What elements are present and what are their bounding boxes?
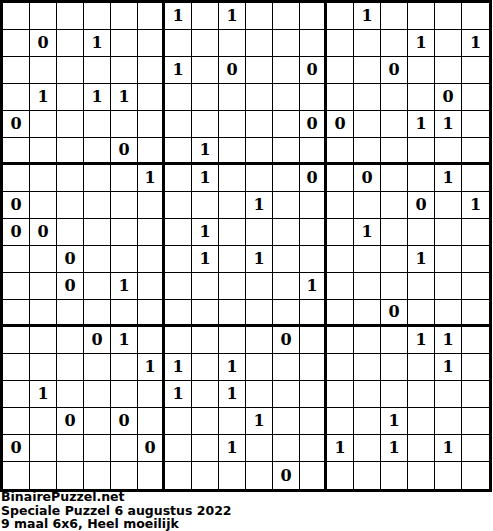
cell-r6c8[interactable] <box>219 165 246 192</box>
cell-r12c5[interactable] <box>138 327 165 354</box>
cell-r9c10[interactable] <box>273 246 300 273</box>
cell-r11c5[interactable] <box>138 300 165 327</box>
cell-r15c5[interactable] <box>138 408 165 435</box>
cell-r12c3: 0 <box>84 327 111 354</box>
cell-r14c6: 1 <box>165 381 192 408</box>
cell-r5c11[interactable] <box>300 138 327 165</box>
cell-r8c11[interactable] <box>300 219 327 246</box>
cell-r15c13[interactable] <box>354 408 381 435</box>
cell-r10c16[interactable] <box>435 273 462 300</box>
cell-r9c2: 0 <box>57 246 84 273</box>
cell-r1c9[interactable] <box>246 30 273 57</box>
cell-r13c8: 1 <box>219 354 246 381</box>
cell-r2c5[interactable] <box>138 57 165 84</box>
cell-r3c1: 1 <box>30 84 57 111</box>
cell-r17c13[interactable] <box>354 462 381 489</box>
cell-r1c8[interactable] <box>219 30 246 57</box>
cell-r7c10[interactable] <box>273 192 300 219</box>
cell-r15c0[interactable] <box>3 408 30 435</box>
cell-r16c1[interactable] <box>30 435 57 462</box>
cell-r6c9[interactable] <box>246 165 273 192</box>
cell-r6c10[interactable] <box>273 165 300 192</box>
cell-r8c2[interactable] <box>57 219 84 246</box>
cell-r3c6[interactable] <box>165 84 192 111</box>
cell-r11c16[interactable] <box>435 300 462 327</box>
cell-r5c16[interactable] <box>435 138 462 165</box>
cell-r12c8[interactable] <box>219 327 246 354</box>
cell-r16c13[interactable] <box>354 435 381 462</box>
cell-r3c10[interactable] <box>273 84 300 111</box>
cell-r14c15[interactable] <box>408 381 435 408</box>
cell-r10c4: 1 <box>111 273 138 300</box>
cell-r8c17[interactable] <box>462 219 489 246</box>
cell-r3c8[interactable] <box>219 84 246 111</box>
cell-r10c17[interactable] <box>462 273 489 300</box>
cell-r15c10[interactable] <box>273 408 300 435</box>
cell-r9c3[interactable] <box>84 246 111 273</box>
cell-r7c7[interactable] <box>192 192 219 219</box>
cell-r0c9[interactable] <box>246 3 273 30</box>
cell-r5c3[interactable] <box>84 138 111 165</box>
cell-r15c4: 0 <box>111 408 138 435</box>
cell-r16c11[interactable] <box>300 435 327 462</box>
cell-r14c2[interactable] <box>57 381 84 408</box>
cell-r2c10[interactable] <box>273 57 300 84</box>
cell-r8c3[interactable] <box>84 219 111 246</box>
cell-r14c8: 1 <box>219 381 246 408</box>
cell-r17c3[interactable] <box>84 462 111 489</box>
cell-r2c2[interactable] <box>57 57 84 84</box>
cell-r6c4[interactable] <box>111 165 138 192</box>
cell-r4c17[interactable] <box>462 111 489 138</box>
cell-r1c15: 1 <box>408 30 435 57</box>
cell-r3c16: 0 <box>435 84 462 111</box>
cell-r8c9[interactable] <box>246 219 273 246</box>
cell-r11c14: 0 <box>381 300 408 327</box>
cell-r2c9[interactable] <box>246 57 273 84</box>
footer: BinairePuzzel.net Speciale Puzzel 6 augu… <box>1 490 232 531</box>
cell-r14c7[interactable] <box>192 381 219 408</box>
cell-r3c12[interactable] <box>327 84 354 111</box>
cell-r7c6[interactable] <box>165 192 192 219</box>
cell-r11c9[interactable] <box>246 300 273 327</box>
cell-r5c1[interactable] <box>30 138 57 165</box>
cell-r17c8[interactable] <box>219 462 246 489</box>
cell-r13c9[interactable] <box>246 354 273 381</box>
cell-r7c0: 0 <box>3 192 30 219</box>
cell-r4c9[interactable] <box>246 111 273 138</box>
cell-r6c1[interactable] <box>30 165 57 192</box>
cell-r1c13[interactable] <box>354 30 381 57</box>
cell-r2c1[interactable] <box>30 57 57 84</box>
cell-r10c12[interactable] <box>327 273 354 300</box>
cell-r11c10[interactable] <box>273 300 300 327</box>
cell-r12c0[interactable] <box>3 327 30 354</box>
cell-r6c15[interactable] <box>408 165 435 192</box>
cell-r2c0[interactable] <box>3 57 30 84</box>
cell-r0c14[interactable] <box>381 3 408 30</box>
cell-r0c1[interactable] <box>30 3 57 30</box>
cell-r10c0[interactable] <box>3 273 30 300</box>
cell-r2c13[interactable] <box>354 57 381 84</box>
cell-r1c10[interactable] <box>273 30 300 57</box>
cell-r2c16[interactable] <box>435 57 462 84</box>
cell-r3c5[interactable] <box>138 84 165 111</box>
cell-r8c14[interactable] <box>381 219 408 246</box>
cell-r17c6[interactable] <box>165 462 192 489</box>
cell-r0c17[interactable] <box>462 3 489 30</box>
cell-r3c15[interactable] <box>408 84 435 111</box>
cell-r10c10[interactable] <box>273 273 300 300</box>
cell-r17c1[interactable] <box>30 462 57 489</box>
cell-r16c3[interactable] <box>84 435 111 462</box>
cell-r9c13[interactable] <box>354 246 381 273</box>
cell-r15c6[interactable] <box>165 408 192 435</box>
cell-r11c7[interactable] <box>192 300 219 327</box>
cell-r14c12[interactable] <box>327 381 354 408</box>
cell-r3c2[interactable] <box>57 84 84 111</box>
cell-r7c11[interactable] <box>300 192 327 219</box>
cell-r4c7[interactable] <box>192 111 219 138</box>
cell-r13c13[interactable] <box>354 354 381 381</box>
cell-r13c1[interactable] <box>30 354 57 381</box>
cell-r14c17[interactable] <box>462 381 489 408</box>
cell-r2c8: 0 <box>219 57 246 84</box>
cell-r10c8[interactable] <box>219 273 246 300</box>
cell-r6c2[interactable] <box>57 165 84 192</box>
cell-r6c12[interactable] <box>327 165 354 192</box>
cell-r9c4[interactable] <box>111 246 138 273</box>
cell-r15c3[interactable] <box>84 408 111 435</box>
cell-r17c17[interactable] <box>462 462 489 489</box>
cell-r14c0[interactable] <box>3 381 30 408</box>
cell-r17c4[interactable] <box>111 462 138 489</box>
cell-r16c12: 1 <box>327 435 354 462</box>
cell-r5c14[interactable] <box>381 138 408 165</box>
cell-r14c5[interactable] <box>138 381 165 408</box>
cell-r0c12[interactable] <box>327 3 354 30</box>
cell-r4c11: 0 <box>300 111 327 138</box>
cell-r12c14[interactable] <box>381 327 408 354</box>
cell-r0c6: 1 <box>165 3 192 30</box>
cell-r10c13[interactable] <box>354 273 381 300</box>
cell-r12c17[interactable] <box>462 327 489 354</box>
cell-r1c16[interactable] <box>435 30 462 57</box>
cell-r7c16[interactable] <box>435 192 462 219</box>
cell-r15c14: 1 <box>381 408 408 435</box>
cell-r16c15[interactable] <box>408 435 435 462</box>
cell-r4c5[interactable] <box>138 111 165 138</box>
cell-r12c2[interactable] <box>57 327 84 354</box>
cell-r5c2[interactable] <box>57 138 84 165</box>
cell-r0c8: 1 <box>219 3 246 30</box>
cell-r14c9[interactable] <box>246 381 273 408</box>
cell-r17c7[interactable] <box>192 462 219 489</box>
cell-r7c1[interactable] <box>30 192 57 219</box>
cell-r1c12[interactable] <box>327 30 354 57</box>
cell-r15c9: 1 <box>246 408 273 435</box>
puzzle-page: 1110111100011100001101110010101001101110… <box>0 0 493 531</box>
cell-r2c17[interactable] <box>462 57 489 84</box>
cell-r15c1[interactable] <box>30 408 57 435</box>
cell-r12c11[interactable] <box>300 327 327 354</box>
cell-r12c13[interactable] <box>354 327 381 354</box>
cell-r9c9: 1 <box>246 246 273 273</box>
cell-r7c12[interactable] <box>327 192 354 219</box>
cell-r9c5[interactable] <box>138 246 165 273</box>
cell-r14c11[interactable] <box>300 381 327 408</box>
cell-r4c0: 0 <box>3 111 30 138</box>
cell-r8c4[interactable] <box>111 219 138 246</box>
cell-r12c7[interactable] <box>192 327 219 354</box>
cell-r9c6[interactable] <box>165 246 192 273</box>
cell-r14c14[interactable] <box>381 381 408 408</box>
cell-r11c0[interactable] <box>3 300 30 327</box>
cell-r5c13[interactable] <box>354 138 381 165</box>
cell-r11c17[interactable] <box>462 300 489 327</box>
cell-r2c7[interactable] <box>192 57 219 84</box>
cell-r13c0[interactable] <box>3 354 30 381</box>
cell-r2c15[interactable] <box>408 57 435 84</box>
cell-r15c16[interactable] <box>435 408 462 435</box>
cell-r4c14[interactable] <box>381 111 408 138</box>
cell-r16c6[interactable] <box>165 435 192 462</box>
cell-r7c17: 1 <box>462 192 489 219</box>
cell-r14c13[interactable] <box>354 381 381 408</box>
cell-r8c10[interactable] <box>273 219 300 246</box>
cell-r10c6[interactable] <box>165 273 192 300</box>
cell-r0c13: 1 <box>354 3 381 30</box>
cell-r14c4[interactable] <box>111 381 138 408</box>
cell-r8c5[interactable] <box>138 219 165 246</box>
cell-r0c7[interactable] <box>192 3 219 30</box>
cell-r17c16[interactable] <box>435 462 462 489</box>
cell-r13c11[interactable] <box>300 354 327 381</box>
cell-r3c14[interactable] <box>381 84 408 111</box>
cell-r12c12[interactable] <box>327 327 354 354</box>
cell-r1c5[interactable] <box>138 30 165 57</box>
cell-r10c1[interactable] <box>30 273 57 300</box>
cell-r1c6[interactable] <box>165 30 192 57</box>
cell-r3c3: 1 <box>84 84 111 111</box>
cell-r11c6[interactable] <box>165 300 192 327</box>
cell-r9c12[interactable] <box>327 246 354 273</box>
cell-r3c9[interactable] <box>246 84 273 111</box>
cell-r16c17[interactable] <box>462 435 489 462</box>
cell-r9c16[interactable] <box>435 246 462 273</box>
cell-r3c13[interactable] <box>354 84 381 111</box>
cell-r9c14[interactable] <box>381 246 408 273</box>
cell-r6c6[interactable] <box>165 165 192 192</box>
cell-r9c8[interactable] <box>219 246 246 273</box>
cell-r13c17[interactable] <box>462 354 489 381</box>
cell-r4c2[interactable] <box>57 111 84 138</box>
cell-r15c2: 0 <box>57 408 84 435</box>
cell-r4c3[interactable] <box>84 111 111 138</box>
cell-r4c10[interactable] <box>273 111 300 138</box>
cell-r4c1[interactable] <box>30 111 57 138</box>
cell-r0c3[interactable] <box>84 3 111 30</box>
cell-r15c8[interactable] <box>219 408 246 435</box>
cell-r7c8[interactable] <box>219 192 246 219</box>
cell-r0c2[interactable] <box>57 3 84 30</box>
cell-r7c3[interactable] <box>84 192 111 219</box>
cell-r7c2[interactable] <box>57 192 84 219</box>
cell-r16c7[interactable] <box>192 435 219 462</box>
cell-r1c14[interactable] <box>381 30 408 57</box>
cell-r15c17[interactable] <box>462 408 489 435</box>
cell-r11c8[interactable] <box>219 300 246 327</box>
cell-r15c11[interactable] <box>300 408 327 435</box>
cell-r13c12[interactable] <box>327 354 354 381</box>
cell-r4c15: 1 <box>408 111 435 138</box>
cell-r2c12[interactable] <box>327 57 354 84</box>
cell-r0c5[interactable] <box>138 3 165 30</box>
cell-r11c12[interactable] <box>327 300 354 327</box>
cell-r15c15[interactable] <box>408 408 435 435</box>
cell-r5c0[interactable] <box>3 138 30 165</box>
cell-r6c14[interactable] <box>381 165 408 192</box>
cell-r5c9[interactable] <box>246 138 273 165</box>
cell-r1c11[interactable] <box>300 30 327 57</box>
cell-r10c5[interactable] <box>138 273 165 300</box>
cell-r17c12[interactable] <box>327 462 354 489</box>
cell-r7c5[interactable] <box>138 192 165 219</box>
cell-r0c10[interactable] <box>273 3 300 30</box>
cell-r16c10[interactable] <box>273 435 300 462</box>
cell-r13c15[interactable] <box>408 354 435 381</box>
cell-r13c2[interactable] <box>57 354 84 381</box>
cell-r14c16[interactable] <box>435 381 462 408</box>
cell-r8c1: 0 <box>30 219 57 246</box>
cell-r13c10[interactable] <box>273 354 300 381</box>
cell-r1c0[interactable] <box>3 30 30 57</box>
cell-r17c5[interactable] <box>138 462 165 489</box>
cell-r1c2[interactable] <box>57 30 84 57</box>
cell-r7c14[interactable] <box>381 192 408 219</box>
cell-r13c3[interactable] <box>84 354 111 381</box>
cell-r3c0[interactable] <box>3 84 30 111</box>
cell-r17c10: 0 <box>273 462 300 489</box>
cell-r16c4[interactable] <box>111 435 138 462</box>
cell-r3c17[interactable] <box>462 84 489 111</box>
cell-r5c5[interactable] <box>138 138 165 165</box>
cell-r11c3[interactable] <box>84 300 111 327</box>
cell-r10c9[interactable] <box>246 273 273 300</box>
cell-r17c14[interactable] <box>381 462 408 489</box>
cell-r14c3[interactable] <box>84 381 111 408</box>
cell-r3c11[interactable] <box>300 84 327 111</box>
cell-r8c6[interactable] <box>165 219 192 246</box>
cell-r5c4: 0 <box>111 138 138 165</box>
cell-r4c4[interactable] <box>111 111 138 138</box>
cell-r10c14[interactable] <box>381 273 408 300</box>
cell-r13c6: 1 <box>165 354 192 381</box>
cell-r15c12[interactable] <box>327 408 354 435</box>
cell-r11c11[interactable] <box>300 300 327 327</box>
cell-r11c4[interactable] <box>111 300 138 327</box>
cell-r0c16[interactable] <box>435 3 462 30</box>
cell-r9c15: 1 <box>408 246 435 273</box>
cell-r12c9[interactable] <box>246 327 273 354</box>
cell-r17c15[interactable] <box>408 462 435 489</box>
cell-r6c17[interactable] <box>462 165 489 192</box>
cell-r5c12[interactable] <box>327 138 354 165</box>
cell-r13c7[interactable] <box>192 354 219 381</box>
cell-r11c15[interactable] <box>408 300 435 327</box>
cell-r0c4[interactable] <box>111 3 138 30</box>
cell-r4c6[interactable] <box>165 111 192 138</box>
cell-r5c10[interactable] <box>273 138 300 165</box>
cell-r15c7[interactable] <box>192 408 219 435</box>
cell-r8c16[interactable] <box>435 219 462 246</box>
cell-r7c13[interactable] <box>354 192 381 219</box>
cell-r2c4[interactable] <box>111 57 138 84</box>
cell-r14c10[interactable] <box>273 381 300 408</box>
cell-r12c6[interactable] <box>165 327 192 354</box>
cell-r11c1[interactable] <box>30 300 57 327</box>
cell-r9c17[interactable] <box>462 246 489 273</box>
cell-r8c0: 0 <box>3 219 30 246</box>
cell-r5c17[interactable] <box>462 138 489 165</box>
cell-r6c13: 0 <box>354 165 381 192</box>
cell-r17c0[interactable] <box>3 462 30 489</box>
cell-r16c14: 1 <box>381 435 408 462</box>
cell-r0c0[interactable] <box>3 3 30 30</box>
cell-r6c3[interactable] <box>84 165 111 192</box>
cell-r8c8[interactable] <box>219 219 246 246</box>
cell-r9c1[interactable] <box>30 246 57 273</box>
cell-r3c7[interactable] <box>192 84 219 111</box>
cell-r10c7[interactable] <box>192 273 219 300</box>
cell-r16c9[interactable] <box>246 435 273 462</box>
cell-r5c8[interactable] <box>219 138 246 165</box>
cell-r13c4[interactable] <box>111 354 138 381</box>
cell-r17c2[interactable] <box>57 462 84 489</box>
cell-r17c9[interactable] <box>246 462 273 489</box>
cell-r4c16: 1 <box>435 111 462 138</box>
cell-r9c11[interactable] <box>300 246 327 273</box>
cell-r1c7[interactable] <box>192 30 219 57</box>
cell-r1c4[interactable] <box>111 30 138 57</box>
cell-r16c2[interactable] <box>57 435 84 462</box>
cell-r10c15[interactable] <box>408 273 435 300</box>
cell-r6c7: 1 <box>192 165 219 192</box>
cell-r9c0[interactable] <box>3 246 30 273</box>
cell-r4c13[interactable] <box>354 111 381 138</box>
cell-r11c13[interactable] <box>354 300 381 327</box>
cell-r7c4[interactable] <box>111 192 138 219</box>
cell-r16c5: 0 <box>138 435 165 462</box>
cell-r0c11[interactable] <box>300 3 327 30</box>
cell-r12c1[interactable] <box>30 327 57 354</box>
cell-r1c1: 0 <box>30 30 57 57</box>
cell-r0c15[interactable] <box>408 3 435 30</box>
cell-r4c8[interactable] <box>219 111 246 138</box>
cell-r5c6[interactable] <box>165 138 192 165</box>
cell-r13c14[interactable] <box>381 354 408 381</box>
cell-r10c3[interactable] <box>84 273 111 300</box>
site-name: BinairePuzzel.net <box>1 490 232 504</box>
cell-r6c0[interactable] <box>3 165 30 192</box>
cell-r8c12[interactable] <box>327 219 354 246</box>
puzzle-subtitle: 9 maal 6x6, Heel moeilijk <box>1 517 232 531</box>
cell-r11c2[interactable] <box>57 300 84 327</box>
cell-r5c15[interactable] <box>408 138 435 165</box>
cell-r2c3[interactable] <box>84 57 111 84</box>
cell-r8c15[interactable] <box>408 219 435 246</box>
cell-r17c11[interactable] <box>300 462 327 489</box>
